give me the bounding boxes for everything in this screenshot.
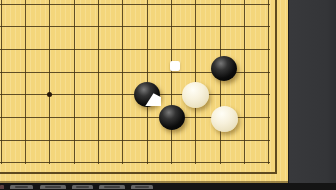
board-point[interactable] [13,15,37,38]
board-point[interactable] [0,106,13,129]
board-point[interactable] [62,15,86,38]
board-point[interactable] [208,15,232,38]
board-point[interactable] [257,152,281,175]
board-point[interactable] [13,152,37,175]
board-point[interactable] [159,106,183,129]
board-point[interactable] [86,106,110,129]
black-stone[interactable] [134,82,160,107]
board-point[interactable] [62,61,86,84]
board-point[interactable] [135,129,159,152]
board-point[interactable] [159,83,183,106]
board-point[interactable] [135,38,159,61]
board-point[interactable] [184,38,208,61]
board-point[interactable] [38,106,62,129]
board-point[interactable] [232,129,256,152]
taskbar-button[interactable] [72,185,93,190]
board-point[interactable] [208,129,232,152]
board-point[interactable] [111,38,135,61]
board-point[interactable] [111,0,135,15]
board-point[interactable] [0,129,13,152]
board-point[interactable] [257,129,281,152]
board-point[interactable] [159,129,183,152]
board-point[interactable] [13,0,37,15]
board-point[interactable] [0,83,13,106]
board-point[interactable] [13,83,37,106]
board-point[interactable] [111,152,135,175]
board-point[interactable] [232,15,256,38]
board-point[interactable] [257,83,281,106]
board-point[interactable] [62,0,86,15]
board-point[interactable] [135,15,159,38]
board-point[interactable] [184,152,208,175]
board-point[interactable] [135,106,159,129]
side-panel [288,0,336,183]
board-point[interactable] [257,106,281,129]
board-point[interactable] [184,129,208,152]
board-point[interactable] [159,38,183,61]
board-point[interactable] [257,38,281,61]
board-point[interactable] [86,129,110,152]
board-point[interactable] [208,61,232,84]
board-point[interactable] [159,0,183,15]
square-marker [170,61,180,71]
board-point[interactable] [232,83,256,106]
board-point[interactable] [208,83,232,106]
board-point[interactable] [38,15,62,38]
board-point[interactable] [86,152,110,175]
taskbar-button[interactable] [99,185,125,190]
board-point[interactable] [0,0,13,15]
star-point [47,92,52,97]
board-point[interactable] [0,152,13,175]
board-point[interactable] [232,61,256,84]
board-point[interactable] [62,38,86,61]
board-point[interactable] [135,152,159,175]
board-point[interactable] [184,83,208,106]
board-point[interactable] [86,15,110,38]
board-point[interactable] [208,152,232,175]
board-point[interactable] [135,61,159,84]
taskbar-item-partial[interactable] [0,185,4,190]
board-point[interactable] [257,0,281,15]
board-point[interactable] [86,83,110,106]
board-point[interactable] [62,106,86,129]
board-point[interactable] [13,129,37,152]
board-point[interactable] [0,38,13,61]
board-point[interactable] [111,83,135,106]
taskbar-button[interactable] [10,185,33,190]
board-point[interactable] [111,15,135,38]
board-point[interactable] [62,129,86,152]
board-point[interactable] [159,61,183,84]
board-points-grid [0,0,281,174]
board-point[interactable] [232,106,256,129]
board-point[interactable] [38,61,62,84]
board-point[interactable] [111,61,135,84]
board-point[interactable] [257,15,281,38]
board-point[interactable] [208,106,232,129]
board-point[interactable] [38,129,62,152]
board-point[interactable] [159,15,183,38]
board-point[interactable] [86,0,110,15]
board-point[interactable] [232,0,256,15]
board-point[interactable] [38,38,62,61]
board-point[interactable] [135,83,159,106]
go-board[interactable] [0,0,288,183]
board-point[interactable] [159,152,183,175]
board-point[interactable] [0,15,13,38]
board-point[interactable] [232,152,256,175]
board-point[interactable] [62,152,86,175]
board-point[interactable] [232,38,256,61]
board-point[interactable] [38,152,62,175]
board-point[interactable] [111,129,135,152]
board-point[interactable] [86,38,110,61]
board-point[interactable] [208,0,232,15]
taskbar [0,183,336,189]
board-point[interactable] [13,38,37,61]
board-point[interactable] [0,61,13,84]
board-point[interactable] [257,61,281,84]
taskbar-button[interactable] [40,185,66,190]
board-point[interactable] [62,83,86,106]
board-point[interactable] [38,83,62,106]
board-point[interactable] [13,61,37,84]
board-point[interactable] [135,0,159,15]
board-point[interactable] [38,0,62,15]
black-stone[interactable] [159,105,185,130]
board-point[interactable] [184,106,208,129]
taskbar-button[interactable] [131,185,153,190]
board-point[interactable] [111,106,135,129]
white-stone[interactable] [182,82,209,108]
board-point[interactable] [184,61,208,84]
board-point[interactable] [184,0,208,15]
board-point[interactable] [13,106,37,129]
board-point[interactable] [86,61,110,84]
board-point[interactable] [184,15,208,38]
